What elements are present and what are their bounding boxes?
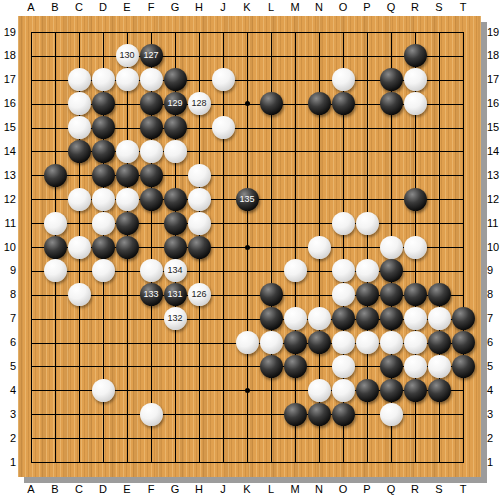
stone-white — [356, 212, 379, 235]
stone-black — [44, 236, 67, 259]
stone-black — [92, 140, 115, 163]
coordinate-label: P — [355, 1, 379, 14]
stone-white — [92, 379, 115, 402]
coordinate-label: 12 — [0, 193, 16, 206]
stone-white — [428, 355, 451, 378]
coordinate-label: 8 — [487, 288, 500, 301]
stone-black — [356, 379, 379, 402]
move-number: 130 — [119, 51, 134, 60]
coordinate-label: 13 — [487, 169, 500, 182]
stone-white — [380, 403, 403, 426]
stone-white — [188, 212, 211, 235]
coordinate-label: 11 — [487, 217, 500, 230]
stone-black — [140, 188, 163, 211]
coordinate-label: 19 — [487, 26, 500, 39]
stone-black — [116, 212, 139, 235]
stone-white — [140, 259, 163, 282]
stone-black — [380, 379, 403, 402]
stone-black — [116, 164, 139, 187]
stone-black — [308, 92, 331, 115]
stone-white — [332, 212, 355, 235]
stone-black — [452, 355, 475, 378]
coordinate-label: S — [427, 483, 451, 496]
coordinate-label: O — [331, 483, 355, 496]
stone-white — [68, 283, 91, 306]
stone-white — [404, 92, 427, 115]
stone-black — [92, 236, 115, 259]
stone-white — [284, 307, 307, 330]
stone-white — [332, 259, 355, 282]
stone-black — [164, 68, 187, 91]
coordinate-label: A — [19, 1, 43, 14]
stone-white — [140, 68, 163, 91]
stone-black — [260, 283, 283, 306]
stone-white — [380, 331, 403, 354]
coordinate-label: D — [91, 483, 115, 496]
coordinate-label: C — [67, 483, 91, 496]
stone-white — [68, 116, 91, 139]
coordinate-label: 4 — [0, 384, 16, 397]
coordinate-label: C — [67, 1, 91, 14]
coordinate-label: R — [403, 1, 427, 14]
coordinate-label: E — [115, 1, 139, 14]
move-number: 135 — [239, 195, 254, 204]
stone-black — [68, 140, 91, 163]
stone-black — [428, 283, 451, 306]
stone-black — [164, 236, 187, 259]
coordinate-label: 2 — [0, 432, 16, 445]
stone-white — [68, 68, 91, 91]
coordinate-label: H — [187, 1, 211, 14]
coordinate-label: 9 — [0, 264, 16, 277]
stone-white — [380, 236, 403, 259]
coordinate-label: 10 — [0, 241, 16, 254]
coordinate-label: S — [427, 1, 451, 14]
stone-white — [140, 403, 163, 426]
coordinate-label: T — [451, 483, 475, 496]
stone-white — [332, 355, 355, 378]
stone-black — [260, 355, 283, 378]
grid-line — [463, 32, 464, 463]
coordinate-label: 16 — [0, 97, 16, 110]
stone-white — [188, 188, 211, 211]
coordinate-label: B — [43, 1, 67, 14]
stone-black — [92, 116, 115, 139]
coordinate-label: D — [91, 1, 115, 14]
move-number: 127 — [143, 51, 158, 60]
stone-black — [428, 379, 451, 402]
stone-white — [236, 331, 259, 354]
stone-white — [44, 259, 67, 282]
stone-black — [380, 283, 403, 306]
stone-black — [404, 188, 427, 211]
stone-black — [284, 403, 307, 426]
stone-black — [116, 236, 139, 259]
coordinate-label: 5 — [0, 360, 16, 373]
stone-white: 134 — [164, 259, 187, 282]
coordinate-label: P — [355, 483, 379, 496]
coordinate-label: L — [259, 1, 283, 14]
move-number: 133 — [143, 290, 158, 299]
stone-black — [284, 355, 307, 378]
stone-black — [404, 379, 427, 402]
stone-white — [260, 331, 283, 354]
stone-white — [140, 140, 163, 163]
stone-black — [452, 331, 475, 354]
stone-white — [404, 355, 427, 378]
coordinate-label: 6 — [0, 336, 16, 349]
coordinate-label: 1 — [487, 456, 500, 469]
coordinate-label: 3 — [487, 408, 500, 421]
stone-white — [188, 164, 211, 187]
stone-black — [332, 92, 355, 115]
coordinate-label: 8 — [0, 288, 16, 301]
stone-white — [212, 68, 235, 91]
stone-white — [308, 379, 331, 402]
move-number: 131 — [167, 290, 182, 299]
coordinate-label: F — [139, 1, 163, 14]
coordinate-label: G — [163, 1, 187, 14]
coordinate-label: M — [283, 483, 307, 496]
coordinate-label: 10 — [487, 241, 500, 254]
coordinate-label: 15 — [0, 121, 16, 134]
stone-black — [260, 92, 283, 115]
stone-black — [164, 212, 187, 235]
stone-black — [380, 68, 403, 91]
go-board[interactable]: 130127129128135134133131126132 — [18, 16, 481, 477]
coordinate-label: 14 — [0, 145, 16, 158]
coordinate-label: 19 — [0, 26, 16, 39]
stone-black: 133 — [140, 283, 163, 306]
stone-black — [356, 283, 379, 306]
stone-black — [380, 259, 403, 282]
coordinate-label: 14 — [487, 145, 500, 158]
coordinate-label: M — [283, 1, 307, 14]
move-number: 126 — [191, 290, 206, 299]
stone-white — [404, 307, 427, 330]
coordinate-label: 11 — [0, 217, 16, 230]
stone-white: 132 — [164, 307, 187, 330]
stone-white — [284, 259, 307, 282]
stone-white — [332, 68, 355, 91]
stone-white — [356, 259, 379, 282]
stone-black — [332, 307, 355, 330]
move-number: 134 — [167, 266, 182, 275]
coordinate-label: 18 — [487, 49, 500, 62]
stone-white — [332, 379, 355, 402]
coordinate-label: J — [211, 1, 235, 14]
stone-white — [68, 188, 91, 211]
stone-white — [428, 307, 451, 330]
stone-black — [356, 307, 379, 330]
coordinate-label: K — [235, 483, 259, 496]
star-point — [245, 245, 250, 250]
stone-white — [116, 68, 139, 91]
stone-black — [332, 403, 355, 426]
stone-black — [44, 164, 67, 187]
coordinate-label: 4 — [487, 384, 500, 397]
stone-black: 127 — [140, 44, 163, 67]
stone-white — [356, 331, 379, 354]
go-board-app: 130127129128135134133131126132 ABCDEFGHJ… — [0, 0, 500, 500]
coordinate-label: H — [187, 483, 211, 496]
stone-black — [404, 44, 427, 67]
stone-black — [380, 92, 403, 115]
coordinate-label: A — [19, 483, 43, 496]
coordinate-label: R — [403, 483, 427, 496]
stone-white: 130 — [116, 44, 139, 67]
stone-black — [188, 236, 211, 259]
coordinate-label: N — [307, 1, 331, 14]
stone-white — [404, 68, 427, 91]
stone-black — [140, 92, 163, 115]
stone-white — [68, 92, 91, 115]
coordinate-label: J — [211, 483, 235, 496]
stone-white — [92, 188, 115, 211]
stone-black — [380, 355, 403, 378]
stone-black — [92, 92, 115, 115]
stone-black — [452, 307, 475, 330]
coordinate-label: 2 — [487, 432, 500, 445]
coordinate-label: K — [235, 1, 259, 14]
stone-white — [404, 236, 427, 259]
coordinate-label: 13 — [0, 169, 16, 182]
stone-black: 131 — [164, 283, 187, 306]
stone-white — [116, 140, 139, 163]
coordinate-label: G — [163, 483, 187, 496]
coordinate-label: 12 — [487, 193, 500, 206]
coordinate-label: L — [259, 483, 283, 496]
grid-line — [31, 438, 464, 439]
coordinate-label: 7 — [487, 312, 500, 325]
stone-black — [284, 331, 307, 354]
stone-white — [308, 236, 331, 259]
stone-white — [68, 236, 91, 259]
stone-black — [308, 403, 331, 426]
stone-white: 128 — [188, 92, 211, 115]
coordinate-label: 16 — [487, 97, 500, 110]
stone-black — [140, 164, 163, 187]
move-number: 129 — [167, 99, 182, 108]
stone-black — [164, 116, 187, 139]
stone-black: 135 — [236, 188, 259, 211]
grid-line — [31, 462, 464, 463]
coordinate-label: B — [43, 483, 67, 496]
stone-white — [332, 283, 355, 306]
stone-black — [260, 307, 283, 330]
coordinate-label: 1 — [0, 456, 16, 469]
stone-white — [116, 188, 139, 211]
stone-white — [212, 116, 235, 139]
stone-white — [308, 307, 331, 330]
coordinate-label: N — [307, 483, 331, 496]
grid-line — [295, 32, 296, 463]
coordinate-label: 7 — [0, 312, 16, 325]
coordinate-label: F — [139, 483, 163, 496]
stone-white — [92, 212, 115, 235]
stone-white — [404, 331, 427, 354]
stone-white — [92, 259, 115, 282]
coordinate-label: Q — [379, 1, 403, 14]
star-point — [245, 101, 250, 106]
stone-white — [332, 331, 355, 354]
move-number: 132 — [167, 314, 182, 323]
coordinate-label: 6 — [487, 336, 500, 349]
stone-black: 129 — [164, 92, 187, 115]
stone-white — [164, 140, 187, 163]
coordinate-label: O — [331, 1, 355, 14]
coordinate-label: 17 — [0, 73, 16, 86]
coordinate-label: Q — [379, 483, 403, 496]
stone-white — [92, 68, 115, 91]
stone-black — [164, 188, 187, 211]
stone-black — [140, 116, 163, 139]
coordinate-label: 9 — [487, 264, 500, 277]
star-point — [245, 388, 250, 393]
stone-black — [428, 331, 451, 354]
coordinate-label: 3 — [0, 408, 16, 421]
coordinate-label: 18 — [0, 49, 16, 62]
coordinate-label: 5 — [487, 360, 500, 373]
move-number: 128 — [191, 99, 206, 108]
coordinate-label: 17 — [487, 73, 500, 86]
coordinate-label: T — [451, 1, 475, 14]
coordinate-label: E — [115, 483, 139, 496]
stone-black — [380, 307, 403, 330]
stone-white — [44, 212, 67, 235]
coordinate-label: 15 — [487, 121, 500, 134]
stone-black — [308, 331, 331, 354]
stone-black — [404, 283, 427, 306]
stone-white: 126 — [188, 283, 211, 306]
stone-black — [92, 164, 115, 187]
